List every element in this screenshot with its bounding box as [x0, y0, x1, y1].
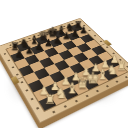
square-d2 [66, 74, 82, 86]
square-f1 [92, 73, 109, 85]
square-b2 [44, 83, 61, 96]
frame-dot [112, 52, 115, 54]
square-a3 [28, 80, 44, 93]
frame-dot [105, 85, 108, 87]
frame-dot [74, 100, 77, 103]
square-c3 [50, 71, 66, 83]
square-e2 [76, 70, 92, 82]
frame-dot [9, 44, 11, 46]
square-g1 [101, 69, 117, 81]
chess-board: ♜♞♝♛♚♝♞♜♟♟♟♟♟♟♟♟♟♟♟♟♟♟♟♟♜♞♝♛♚♝♞♜ [0, 18, 128, 124]
frame-dot [82, 25, 84, 26]
frame-dot [3, 53, 6, 55]
square-b4 [34, 68, 50, 80]
frame-dot [88, 30, 90, 31]
frame-dot [28, 38, 30, 40]
product-photo-background: ♜♞♝♛♚♝♞♜♟♟♟♟♟♟♟♟♟♟♟♟♟♟♟♟♜♞♝♛♚♝♞♜ [0, 0, 128, 128]
square-a2 [33, 88, 50, 102]
frame-dot [18, 41, 20, 43]
square-b3 [39, 75, 55, 87]
frame-dot [63, 105, 66, 108]
square-g2 [95, 62, 111, 73]
square-f2 [85, 66, 101, 78]
frame-dot [105, 46, 108, 48]
frame-dots-near [46, 73, 128, 117]
square-h1 [111, 65, 127, 76]
frame-dot [25, 89, 28, 91]
square-a1 [39, 96, 56, 111]
frame-dot [30, 98, 33, 101]
square-d4 [54, 60, 69, 71]
frame-dot [54, 28, 56, 29]
frame-dot [115, 80, 118, 82]
frame-dot [11, 66, 14, 68]
square-b1 [50, 91, 67, 105]
board-frame [0, 18, 128, 124]
frame-dot [99, 40, 102, 42]
frame-dot [15, 73, 18, 75]
square-e3 [70, 63, 86, 74]
frame-dot [51, 110, 54, 113]
square-c1 [61, 86, 78, 100]
frame-dot [124, 76, 127, 78]
square-a5 [19, 65, 34, 76]
frame-dot [93, 35, 96, 37]
square-f3 [79, 59, 95, 70]
square-c2 [55, 78, 72, 91]
square-d3 [60, 67, 76, 79]
square-c4 [44, 64, 59, 75]
frame-dot [85, 95, 88, 98]
frame-dot [95, 90, 98, 92]
frame-dot [7, 59, 10, 61]
frame-dot [46, 31, 48, 33]
square-d1 [72, 82, 89, 95]
frame-dot [125, 66, 128, 68]
square-a4 [23, 72, 39, 84]
square-e1 [82, 77, 99, 90]
scene: ♜♞♝♛♚♝♞♜♟♟♟♟♟♟♟♟♟♟♟♟♟♟♟♟♜♞♝♛♚♝♞♜ [0, 0, 128, 128]
frame-dot [20, 81, 23, 83]
square-b5 [29, 61, 44, 72]
frame-dot [62, 26, 64, 27]
frame-dot [71, 23, 73, 24]
frame-dot [37, 35, 39, 37]
frame-dot [35, 107, 38, 110]
frame-dot [118, 59, 121, 61]
